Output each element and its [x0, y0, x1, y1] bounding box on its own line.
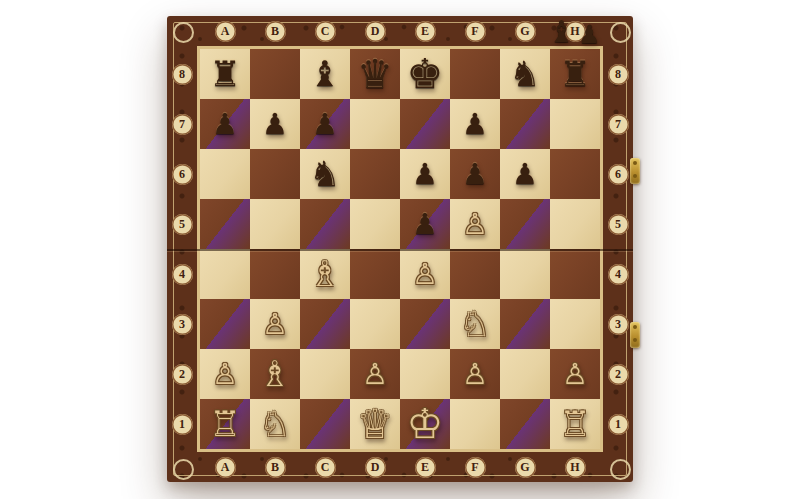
square-b1[interactable]: ♘	[250, 399, 300, 449]
white-king-e1[interactable]: ♔	[407, 404, 444, 445]
file-label-top-d: D	[365, 21, 386, 42]
square-g3[interactable]	[500, 299, 550, 349]
corner-ring-3	[610, 459, 631, 480]
file-label-bottom-b: B	[265, 457, 286, 478]
file-label-bottom-d: D	[365, 457, 386, 478]
rank-label-right-6: 6	[608, 164, 629, 185]
rank-label-right-1: 1	[608, 414, 629, 435]
square-d6[interactable]	[350, 149, 400, 199]
black-queen-d8[interactable]: ♛	[357, 54, 393, 94]
square-h6[interactable]	[550, 149, 600, 199]
white-pawn-f2[interactable]: ♙	[462, 360, 488, 389]
rank-label-left-8: 8	[172, 64, 193, 85]
rank-label-right-5: 5	[608, 214, 629, 235]
square-e7[interactable]	[400, 99, 450, 149]
square-g1[interactable]	[500, 399, 550, 449]
square-g4[interactable]	[500, 249, 550, 299]
square-b4[interactable]	[250, 249, 300, 299]
square-d5[interactable]	[350, 199, 400, 249]
black-knight-c6[interactable]: ♞	[309, 157, 340, 192]
white-rook-h1[interactable]: ♖	[559, 407, 590, 442]
white-pawn-b3[interactable]: ♙	[262, 310, 288, 339]
square-f5[interactable]: ♙	[450, 199, 500, 249]
square-f8[interactable]	[450, 49, 500, 99]
rank-label-right-3: 3	[608, 314, 629, 335]
square-c8[interactable]: ♝	[300, 49, 350, 99]
square-e6[interactable]: ♟	[400, 149, 450, 199]
black-rook-h8[interactable]: ♜	[559, 57, 590, 92]
black-king-e8[interactable]: ♚	[407, 54, 444, 95]
square-d2[interactable]: ♙	[350, 349, 400, 399]
square-e8[interactable]: ♚	[400, 49, 450, 99]
square-c4[interactable]: ♗	[300, 249, 350, 299]
black-knight-g8[interactable]: ♞	[509, 57, 540, 92]
white-bishop-c4[interactable]: ♗	[309, 257, 340, 292]
square-c1[interactable]	[300, 399, 350, 449]
white-pawn-f5[interactable]: ♙	[462, 210, 488, 239]
square-h7[interactable]	[550, 99, 600, 149]
black-pawn-f6[interactable]: ♟	[462, 160, 488, 189]
square-e1[interactable]: ♔	[400, 399, 450, 449]
rank-label-right-2: 2	[608, 364, 629, 385]
black-pawn-c7[interactable]: ♟	[312, 110, 338, 139]
square-c6[interactable]: ♞	[300, 149, 350, 199]
square-b2[interactable]: ♗	[250, 349, 300, 399]
white-pawn-d2[interactable]: ♙	[362, 360, 388, 389]
square-f7[interactable]: ♟	[450, 99, 500, 149]
square-e3[interactable]	[400, 299, 450, 349]
file-label-bottom-a: A	[215, 457, 236, 478]
rank-label-left-2: 2	[172, 364, 193, 385]
square-g6[interactable]: ♟	[500, 149, 550, 199]
square-d1[interactable]: ♕	[350, 399, 400, 449]
file-label-top-g: G	[515, 21, 536, 42]
square-a2[interactable]: ♙	[200, 349, 250, 399]
black-pawn-a7[interactable]: ♟	[212, 110, 238, 139]
rank-label-left-1: 1	[172, 414, 193, 435]
square-g5[interactable]	[500, 199, 550, 249]
corner-ring-0	[173, 22, 194, 43]
square-h8[interactable]: ♜	[550, 49, 600, 99]
white-knight-f3[interactable]: ♘	[459, 307, 490, 342]
white-pawn-a2[interactable]: ♙	[212, 360, 238, 389]
square-f2[interactable]: ♙	[450, 349, 500, 399]
square-d7[interactable]	[350, 99, 400, 149]
square-e5[interactable]: ♟	[400, 199, 450, 249]
black-rook-a8[interactable]: ♜	[209, 57, 240, 92]
square-d4[interactable]	[350, 249, 400, 299]
square-a1[interactable]: ♖	[200, 399, 250, 449]
square-b5[interactable]	[250, 199, 300, 249]
square-a8[interactable]: ♜	[200, 49, 250, 99]
square-g7[interactable]	[500, 99, 550, 149]
square-h2[interactable]: ♙	[550, 349, 600, 399]
file-label-bottom-e: E	[415, 457, 436, 478]
file-label-bottom-g: G	[515, 457, 536, 478]
brass-clasp-1[interactable]	[630, 322, 640, 348]
square-c2[interactable]	[300, 349, 350, 399]
square-h1[interactable]: ♖	[550, 399, 600, 449]
square-b7[interactable]: ♟	[250, 99, 300, 149]
square-d8[interactable]: ♛	[350, 49, 400, 99]
black-pawn-b7[interactable]: ♟	[262, 110, 288, 139]
white-pawn-e4[interactable]: ♙	[412, 260, 438, 289]
file-label-bottom-c: C	[315, 457, 336, 478]
white-rook-a1[interactable]: ♖	[209, 407, 240, 442]
rank-label-left-7: 7	[172, 114, 193, 135]
square-a3[interactable]	[200, 299, 250, 349]
captured-black-bishop[interactable]: ♝	[548, 17, 575, 47]
square-d3[interactable]	[350, 299, 400, 349]
captured-black-pawn[interactable]: ♟	[578, 22, 600, 47]
square-b8[interactable]	[250, 49, 300, 99]
white-bishop-b2[interactable]: ♗	[259, 357, 290, 392]
square-c3[interactable]	[300, 299, 350, 349]
black-pawn-f7[interactable]: ♟	[462, 110, 488, 139]
rank-label-right-8: 8	[608, 64, 629, 85]
file-label-top-a: A	[215, 21, 236, 42]
white-pawn-h2[interactable]: ♙	[562, 360, 588, 389]
square-c5[interactable]	[300, 199, 350, 249]
rank-label-left-4: 4	[172, 264, 193, 285]
rank-label-left-3: 3	[172, 314, 193, 335]
file-label-top-c: C	[315, 21, 336, 42]
file-label-top-e: E	[415, 21, 436, 42]
rank-label-right-4: 4	[608, 264, 629, 285]
black-bishop-c8[interactable]: ♝	[309, 57, 340, 92]
square-e4[interactable]: ♙	[400, 249, 450, 299]
square-g2[interactable]	[500, 349, 550, 399]
studio-backdrop: ♜♝♛♚♞♜♟♟♟♟♞♟♟♟♟♙♗♙♙♘♙♗♙♙♙♖♘♕♔♖ AABBCCDDE…	[0, 0, 800, 499]
square-f1[interactable]	[450, 399, 500, 449]
file-label-top-b: B	[265, 21, 286, 42]
square-f3[interactable]: ♘	[450, 299, 500, 349]
rank-label-left-6: 6	[172, 164, 193, 185]
square-a5[interactable]	[200, 199, 250, 249]
brass-clasp-0[interactable]	[630, 158, 640, 184]
square-e2[interactable]	[400, 349, 450, 399]
square-f4[interactable]	[450, 249, 500, 299]
black-pawn-g6[interactable]: ♟	[512, 160, 538, 189]
square-a4[interactable]	[200, 249, 250, 299]
file-label-bottom-h: H	[565, 457, 586, 478]
rank-label-right-7: 7	[608, 114, 629, 135]
corner-ring-1	[610, 22, 631, 43]
white-knight-b1[interactable]: ♘	[259, 407, 290, 442]
square-f6[interactable]: ♟	[450, 149, 500, 199]
white-queen-d1[interactable]: ♕	[357, 404, 393, 444]
rank-label-left-5: 5	[172, 214, 193, 235]
corner-ring-2	[173, 459, 194, 480]
square-b3[interactable]: ♙	[250, 299, 300, 349]
square-a6[interactable]	[200, 149, 250, 199]
square-g8[interactable]: ♞	[500, 49, 550, 99]
file-label-top-f: F	[465, 21, 486, 42]
chess-board: ♜♝♛♚♞♜♟♟♟♟♞♟♟♟♟♙♗♙♙♘♙♗♙♙♙♖♘♕♔♖ AABBCCDDE…	[167, 16, 633, 482]
square-c7[interactable]: ♟	[300, 99, 350, 149]
fold-seam	[167, 249, 633, 251]
file-label-bottom-f: F	[465, 457, 486, 478]
black-pawn-e5[interactable]: ♟	[412, 210, 438, 239]
square-a7[interactable]: ♟	[200, 99, 250, 149]
square-h3[interactable]	[550, 299, 600, 349]
square-b6[interactable]	[250, 149, 300, 199]
square-h5[interactable]	[550, 199, 600, 249]
black-pawn-e6[interactable]: ♟	[412, 160, 438, 189]
square-h4[interactable]	[550, 249, 600, 299]
